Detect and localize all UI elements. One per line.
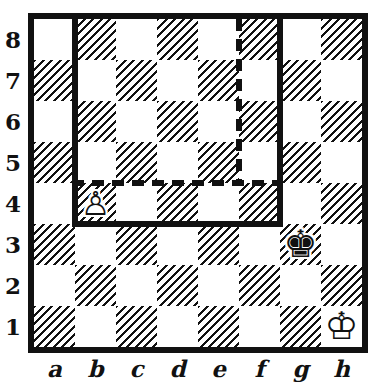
- file-label-g: g: [280, 350, 321, 386]
- square-h6: [321, 101, 362, 142]
- square-b5: [75, 142, 116, 183]
- square-g6: [280, 101, 321, 142]
- square-a5: [34, 142, 75, 183]
- rank-label-7: 7: [0, 60, 26, 101]
- dashed-square-right-line: [236, 19, 242, 183]
- square-d4: [157, 183, 198, 224]
- square-d8: [157, 19, 198, 60]
- file-label-b: b: [75, 350, 116, 386]
- rank-label-6: 6: [0, 101, 26, 142]
- square-b2: [75, 265, 116, 306]
- square-a1: [34, 306, 75, 347]
- square-c1: [116, 306, 157, 347]
- square-h4: [321, 183, 362, 224]
- square-b3: [75, 224, 116, 265]
- file-label-h: h: [321, 350, 362, 386]
- file-label-d: d: [157, 350, 198, 386]
- rank-label-8: 8: [0, 19, 26, 60]
- square-d5: [157, 142, 198, 183]
- solid-square-right-line: [277, 19, 283, 227]
- rank-label-5: 5: [0, 142, 26, 183]
- chess-board: ♟♙♚♚♚♔: [28, 13, 368, 353]
- square-g3: ♚♚: [280, 224, 321, 265]
- square-a6: [34, 101, 75, 142]
- square-h8: [321, 19, 362, 60]
- square-d2: [157, 265, 198, 306]
- chess-diagram: 87654321 ♟♙♚♚♚♔ abcdefgh: [0, 0, 385, 389]
- square-g2: [280, 265, 321, 306]
- square-f3: [239, 224, 280, 265]
- square-e3: [198, 224, 239, 265]
- square-a3: [34, 224, 75, 265]
- file-label-e: e: [198, 350, 239, 386]
- square-b4: ♟♙: [75, 183, 116, 224]
- square-e7: [198, 60, 239, 101]
- rank-label-4: 4: [0, 183, 26, 224]
- square-b8: [75, 19, 116, 60]
- square-e2: [198, 265, 239, 306]
- square-c2: [116, 265, 157, 306]
- square-f4: [239, 183, 280, 224]
- white-pawn: ♟♙: [75, 183, 116, 224]
- rank-labels: 87654321: [0, 19, 26, 347]
- square-b6: [75, 101, 116, 142]
- square-b1: [75, 306, 116, 347]
- square-f7: [239, 60, 280, 101]
- square-a8: [34, 19, 75, 60]
- square-e8: [198, 19, 239, 60]
- black-king: ♚♚: [280, 224, 321, 265]
- file-labels: abcdefgh: [34, 350, 362, 386]
- square-e1: [198, 306, 239, 347]
- square-d3: [157, 224, 198, 265]
- square-h2: [321, 265, 362, 306]
- square-c6: [116, 101, 157, 142]
- square-g7: [280, 60, 321, 101]
- square-a4: [34, 183, 75, 224]
- square-f5: [239, 142, 280, 183]
- square-c8: [116, 19, 157, 60]
- square-h7: [321, 60, 362, 101]
- square-f2: [239, 265, 280, 306]
- square-d6: [157, 101, 198, 142]
- square-a7: [34, 60, 75, 101]
- rank-label-1: 1: [0, 306, 26, 347]
- square-e4: [198, 183, 239, 224]
- square-g4: [280, 183, 321, 224]
- file-label-f: f: [239, 350, 280, 386]
- square-e5: [198, 142, 239, 183]
- square-d7: [157, 60, 198, 101]
- square-c7: [116, 60, 157, 101]
- square-f1: [239, 306, 280, 347]
- square-g5: [280, 142, 321, 183]
- square-g1: [280, 306, 321, 347]
- square-c5: [116, 142, 157, 183]
- square-b7: [75, 60, 116, 101]
- square-g8: [280, 19, 321, 60]
- square-f6: [239, 101, 280, 142]
- square-f8: [239, 19, 280, 60]
- rank-label-2: 2: [0, 265, 26, 306]
- square-c4: [116, 183, 157, 224]
- square-c3: [116, 224, 157, 265]
- file-label-c: c: [116, 350, 157, 386]
- file-label-a: a: [34, 350, 75, 386]
- square-e6: [198, 101, 239, 142]
- rank-label-3: 3: [0, 224, 26, 265]
- square-a2: [34, 265, 75, 306]
- square-d1: [157, 306, 198, 347]
- white-king: ♚♔: [321, 306, 362, 347]
- square-h1: ♚♔: [321, 306, 362, 347]
- square-h5: [321, 142, 362, 183]
- square-h3: [321, 224, 362, 265]
